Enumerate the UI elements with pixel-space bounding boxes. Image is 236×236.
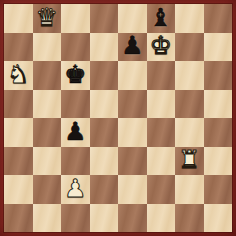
piece-black-bishop[interactable]: ♝ [150, 5, 172, 30]
square-g8[interactable] [175, 4, 204, 33]
square-a1[interactable] [4, 204, 33, 233]
square-a6[interactable]: ♞ [4, 61, 33, 90]
square-g2[interactable] [175, 175, 204, 204]
square-h4[interactable] [204, 118, 233, 147]
square-c7[interactable] [61, 33, 90, 62]
square-f6[interactable] [147, 61, 176, 90]
square-b7[interactable] [33, 33, 62, 62]
square-e8[interactable] [118, 4, 147, 33]
square-c5[interactable] [61, 90, 90, 119]
square-c2[interactable]: ♟ [61, 175, 90, 204]
square-d4[interactable] [90, 118, 119, 147]
square-f4[interactable] [147, 118, 176, 147]
square-c4[interactable]: ♟ [61, 118, 90, 147]
square-e4[interactable] [118, 118, 147, 147]
chess-board: ♛♝♟♚♞♚♟♜♟ [4, 4, 232, 232]
square-a7[interactable] [4, 33, 33, 62]
square-c8[interactable] [61, 4, 90, 33]
square-a8[interactable] [4, 4, 33, 33]
square-d2[interactable] [90, 175, 119, 204]
square-f1[interactable] [147, 204, 176, 233]
square-f5[interactable] [147, 90, 176, 119]
piece-white-rook[interactable]: ♜ [178, 147, 200, 172]
square-c6[interactable]: ♚ [61, 61, 90, 90]
square-g3[interactable]: ♜ [175, 147, 204, 176]
square-a4[interactable] [4, 118, 33, 147]
square-c3[interactable] [61, 147, 90, 176]
square-e7[interactable]: ♟ [118, 33, 147, 62]
square-a3[interactable] [4, 147, 33, 176]
square-c1[interactable] [61, 204, 90, 233]
piece-white-knight[interactable]: ♞ [7, 62, 29, 87]
piece-white-king[interactable]: ♚ [150, 33, 172, 58]
square-e5[interactable] [118, 90, 147, 119]
square-d6[interactable] [90, 61, 119, 90]
square-e3[interactable] [118, 147, 147, 176]
square-g1[interactable] [175, 204, 204, 233]
square-b2[interactable] [33, 175, 62, 204]
square-d5[interactable] [90, 90, 119, 119]
piece-white-pawn[interactable]: ♟ [64, 176, 86, 201]
square-f7[interactable]: ♚ [147, 33, 176, 62]
square-d7[interactable] [90, 33, 119, 62]
square-f2[interactable] [147, 175, 176, 204]
square-b6[interactable] [33, 61, 62, 90]
square-b4[interactable] [33, 118, 62, 147]
square-b1[interactable] [33, 204, 62, 233]
board-frame: ♛♝♟♚♞♚♟♜♟ [0, 0, 236, 236]
square-h2[interactable] [204, 175, 233, 204]
piece-black-king[interactable]: ♚ [64, 62, 86, 87]
piece-white-queen[interactable]: ♛ [36, 5, 58, 30]
square-b5[interactable] [33, 90, 62, 119]
square-h8[interactable] [204, 4, 233, 33]
square-g7[interactable] [175, 33, 204, 62]
square-h6[interactable] [204, 61, 233, 90]
square-h3[interactable] [204, 147, 233, 176]
square-g5[interactable] [175, 90, 204, 119]
piece-black-pawn[interactable]: ♟ [121, 33, 143, 58]
square-a5[interactable] [4, 90, 33, 119]
square-e6[interactable] [118, 61, 147, 90]
square-d1[interactable] [90, 204, 119, 233]
square-d3[interactable] [90, 147, 119, 176]
square-a2[interactable] [4, 175, 33, 204]
square-g4[interactable] [175, 118, 204, 147]
square-g6[interactable] [175, 61, 204, 90]
square-f8[interactable]: ♝ [147, 4, 176, 33]
square-e2[interactable] [118, 175, 147, 204]
square-f3[interactable] [147, 147, 176, 176]
square-d8[interactable] [90, 4, 119, 33]
square-b8[interactable]: ♛ [33, 4, 62, 33]
square-h7[interactable] [204, 33, 233, 62]
square-h1[interactable] [204, 204, 233, 233]
square-h5[interactable] [204, 90, 233, 119]
square-e1[interactable] [118, 204, 147, 233]
piece-black-pawn[interactable]: ♟ [64, 119, 86, 144]
square-b3[interactable] [33, 147, 62, 176]
